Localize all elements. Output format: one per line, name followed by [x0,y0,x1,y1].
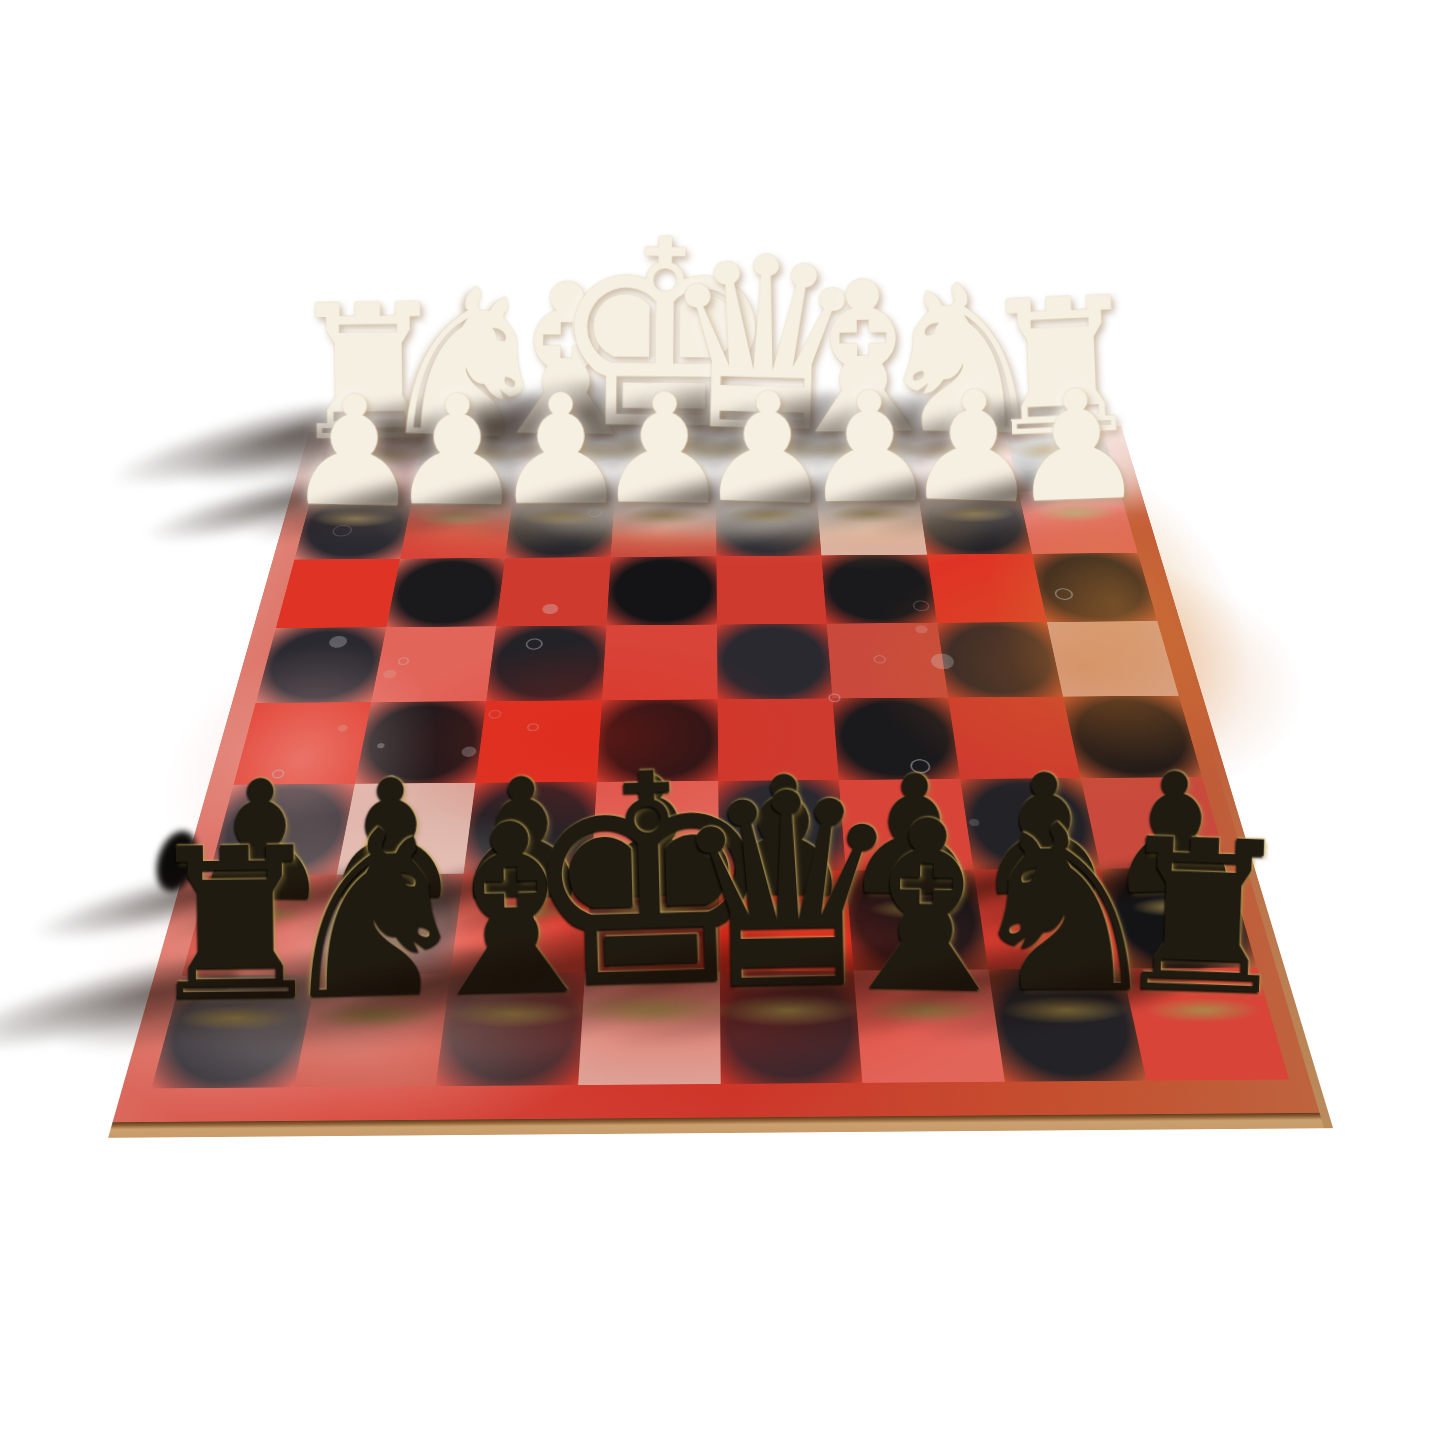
pawn-glyph-icon: ♟ [1006,368,1147,524]
chessboard-scene: ♜♞♝♛♚♝♞♜♟♟♟♟♟♟♟♟♟♟♟♟♟♟♟♟♜♞♝♛♚♝♞♜ [0,0,1445,1445]
photo-background: ♜♞♝♛♚♝♞♜♟♟♟♟♟♟♟♟♟♟♟♟♟♟♟♟♜♞♝♛♚♝♞♜ [0,0,1445,1445]
black-rook-a8[interactable]: ♜ [1097,796,1308,1023]
pieces-layer: ♜♞♝♛♚♝♞♜♟♟♟♟♟♟♟♟♟♟♟♟♟♟♟♟♜♞♝♛♚♝♞♜ [0,0,1445,1445]
rook-glyph-icon: ♜ [1105,811,1299,1026]
white-pawn-a2[interactable]: ♟ [1000,358,1153,523]
